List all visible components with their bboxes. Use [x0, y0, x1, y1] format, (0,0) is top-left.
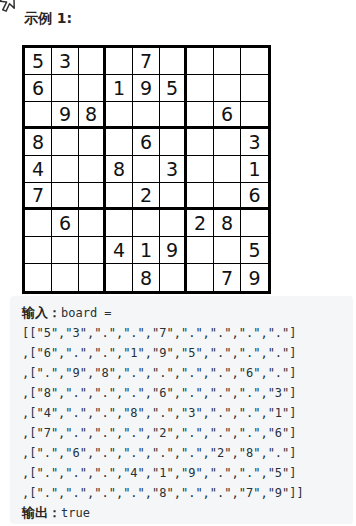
sudoku-cell-r4c5: 6	[133, 129, 160, 156]
sudoku-cell-r7c5	[133, 210, 160, 237]
sudoku-cell-r9c2	[52, 264, 79, 291]
sudoku-cell-r9c8: 7	[214, 264, 241, 291]
sudoku-cell-r3c3: 8	[79, 102, 106, 129]
sudoku-cell-r5c5	[133, 156, 160, 183]
sudoku-cell-r5c6: 3	[160, 156, 187, 183]
sudoku-cell-r9c9: 9	[241, 264, 268, 291]
sudoku-cell-r7c3	[79, 210, 106, 237]
sudoku-cell-r6c9: 6	[241, 183, 268, 210]
sudoku-cell-r7c7: 2	[187, 210, 214, 237]
sudoku-cell-r6c8	[214, 183, 241, 210]
sudoku-cell-r7c1	[25, 210, 52, 237]
sudoku-cell-r8c7	[187, 237, 214, 264]
sudoku-cell-r3c9	[241, 102, 268, 129]
sudoku-cell-r2c4: 1	[106, 75, 133, 102]
sudoku-cell-r3c4	[106, 102, 133, 129]
board-line: ,["7",".",".",".","2",".",".",".","6"]	[22, 423, 353, 443]
sudoku-cell-r3c8: 6	[214, 102, 241, 129]
sudoku-cell-r7c4	[106, 210, 133, 237]
output-line: 输出：true	[22, 503, 353, 523]
board-line: ,["6",".",".","1","9","5",".",".","."]	[22, 343, 353, 363]
sudoku-cell-r7c8: 8	[214, 210, 241, 237]
sudoku-cell-r2c2	[52, 75, 79, 102]
sudoku-cell-r2c8	[214, 75, 241, 102]
sudoku-cell-r5c8	[214, 156, 241, 183]
sudoku-cell-r1c3	[79, 48, 106, 75]
cursor-icon	[0, 0, 23, 19]
sudoku-board: 537619598686348317266284195879	[22, 45, 271, 294]
sudoku-cell-r8c1	[25, 237, 52, 264]
sudoku-cell-r5c3	[79, 156, 106, 183]
board-line: ,[".","6",".",".",".",".","2","8","."]	[22, 443, 353, 463]
sudoku-cell-r2c7	[187, 75, 214, 102]
board-line: ,["4",".",".","8",".","3",".",".","1"]	[22, 403, 353, 423]
sudoku-cell-r9c4	[106, 264, 133, 291]
sudoku-cell-r3c6	[160, 102, 187, 129]
sudoku-cell-r4c6	[160, 129, 187, 156]
sudoku-cell-r6c5: 2	[133, 183, 160, 210]
sudoku-cell-r1c5: 7	[133, 48, 160, 75]
sudoku-cell-r2c1: 6	[25, 75, 52, 102]
sudoku-cell-r3c1	[25, 102, 52, 129]
example-heading: 示例 1:	[24, 10, 72, 28]
sudoku-cell-r3c7	[187, 102, 214, 129]
sudoku-cell-r7c9	[241, 210, 268, 237]
sudoku-cell-r4c9: 3	[241, 129, 268, 156]
sudoku-cell-r3c2: 9	[52, 102, 79, 129]
sudoku-cell-r6c4	[106, 183, 133, 210]
sudoku-cell-r1c8	[214, 48, 241, 75]
sudoku-cell-r4c2	[52, 129, 79, 156]
input-label: 输入：	[22, 305, 61, 320]
sudoku-cell-r8c3	[79, 237, 106, 264]
sudoku-cell-r6c7	[187, 183, 214, 210]
board-line: ,[".",".",".","4","1","9",".",".","5"]	[22, 463, 353, 483]
sudoku-cell-r2c9	[241, 75, 268, 102]
sudoku-cell-r4c7	[187, 129, 214, 156]
sudoku-cell-r4c3	[79, 129, 106, 156]
board-line: ,["8",".",".",".","6",".",".",".","3"]	[22, 383, 353, 403]
sudoku-cell-r4c1: 8	[25, 129, 52, 156]
sudoku-cell-r9c3	[79, 264, 106, 291]
sudoku-cell-r5c4: 8	[106, 156, 133, 183]
example-code-block: 输入：board = [["5","3",".",".","7",".","."…	[10, 296, 353, 524]
sudoku-cell-r2c3	[79, 75, 106, 102]
input-line: 输入：board =	[22, 303, 353, 323]
sudoku-cell-r4c4	[106, 129, 133, 156]
sudoku-cell-r7c6	[160, 210, 187, 237]
sudoku-cell-r1c6	[160, 48, 187, 75]
sudoku-cell-r9c5: 8	[133, 264, 160, 291]
sudoku-cell-r5c7	[187, 156, 214, 183]
output-label: 输出：	[22, 505, 61, 520]
board-line: ,[".","9","8",".",".",".",".","6","."]	[22, 363, 353, 383]
sudoku-cell-r5c9: 1	[241, 156, 268, 183]
board-line: [["5","3",".",".","7",".",".",".","."]	[22, 323, 353, 343]
sudoku-cell-r8c4: 4	[106, 237, 133, 264]
sudoku-cell-r6c3	[79, 183, 106, 210]
sudoku-cell-r1c9	[241, 48, 268, 75]
output-value: true	[61, 506, 90, 520]
sudoku-cell-r8c5: 1	[133, 237, 160, 264]
sudoku-cell-r9c1	[25, 264, 52, 291]
sudoku-cell-r3c5	[133, 102, 160, 129]
sudoku-cell-r8c6: 9	[160, 237, 187, 264]
sudoku-cell-r1c2: 3	[52, 48, 79, 75]
sudoku-cell-r5c2	[52, 156, 79, 183]
sudoku-cell-r6c1: 7	[25, 183, 52, 210]
sudoku-cell-r1c1: 5	[25, 48, 52, 75]
sudoku-cell-r9c7	[187, 264, 214, 291]
sudoku-cell-r8c9: 5	[241, 237, 268, 264]
board-line: ,[".",".",".",".","8",".",".","7","9"]]	[22, 483, 353, 503]
sudoku-cell-r7c2: 6	[52, 210, 79, 237]
sudoku-cell-r1c4	[106, 48, 133, 75]
sudoku-cell-r8c2	[52, 237, 79, 264]
sudoku-cell-r2c5: 9	[133, 75, 160, 102]
sudoku-cell-r6c6	[160, 183, 187, 210]
sudoku-cell-r2c6: 5	[160, 75, 187, 102]
sudoku-cell-r5c1: 4	[25, 156, 52, 183]
sudoku-cell-r1c7	[187, 48, 214, 75]
input-value: board =	[61, 306, 112, 320]
sudoku-cell-r9c6	[160, 264, 187, 291]
sudoku-cell-r4c8	[214, 129, 241, 156]
sudoku-cell-r8c8	[214, 237, 241, 264]
sudoku-cell-r6c2	[52, 183, 79, 210]
